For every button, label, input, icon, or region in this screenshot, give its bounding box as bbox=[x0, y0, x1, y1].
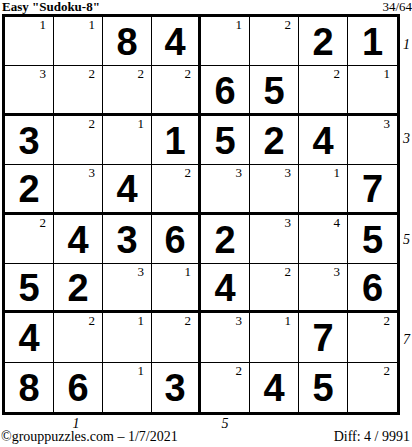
cell-value: 4 bbox=[67, 219, 88, 259]
cell-value: 5 bbox=[362, 219, 383, 259]
cell-r2c4[interactable]: 2 bbox=[152, 66, 201, 115]
pencil-mark: 3 bbox=[334, 265, 341, 279]
row-label-3: 3 bbox=[403, 131, 412, 147]
cell-value: 7 bbox=[362, 168, 383, 208]
cell-value: 2 bbox=[312, 21, 333, 61]
cell-r4c4[interactable]: 2 bbox=[152, 165, 201, 214]
pencil-mark: 2 bbox=[185, 314, 192, 328]
pencil-mark: 2 bbox=[285, 265, 292, 279]
cell-value: 6 bbox=[214, 70, 235, 110]
cell-r5c5[interactable]: 2 bbox=[201, 215, 250, 264]
cell-r4c5[interactable]: 3 bbox=[201, 165, 250, 214]
cell-r6c8[interactable]: 6 bbox=[348, 264, 397, 313]
pencil-mark: 2 bbox=[384, 314, 391, 328]
cell-r5c7[interactable]: 4 bbox=[299, 215, 348, 264]
cell-value: 4 bbox=[18, 317, 39, 357]
pencil-mark: 3 bbox=[285, 216, 292, 230]
pencil-mark: 3 bbox=[40, 67, 47, 81]
cell-r6c4[interactable]: 1 bbox=[152, 264, 201, 313]
cell-r7c4[interactable]: 2 bbox=[152, 313, 201, 362]
cell-r8c4[interactable]: 3 bbox=[152, 363, 201, 412]
cell-r6c6[interactable]: 2 bbox=[250, 264, 299, 313]
cell-r5c2[interactable]: 4 bbox=[54, 215, 103, 264]
cell-r8c3[interactable]: 1 bbox=[103, 363, 152, 412]
cell-r2c5[interactable]: 6 bbox=[201, 66, 250, 115]
pencil-mark: 1 bbox=[236, 18, 243, 32]
cell-r2c8[interactable]: 1 bbox=[348, 66, 397, 115]
cell-r1c2[interactable]: 1 bbox=[54, 17, 103, 66]
pencil-mark: 1 bbox=[138, 117, 145, 131]
pencil-mark: 1 bbox=[138, 364, 145, 378]
cell-value: 7 bbox=[312, 317, 333, 357]
cell-value: 4 bbox=[312, 120, 333, 160]
pencil-mark: 2 bbox=[138, 67, 145, 81]
cell-value: 3 bbox=[164, 367, 185, 407]
cell-r4c8[interactable]: 7 bbox=[348, 165, 397, 214]
cell-r4c1[interactable]: 2 bbox=[5, 165, 54, 214]
cell-r6c1[interactable]: 5 bbox=[5, 264, 54, 313]
cell-value: 8 bbox=[116, 21, 137, 61]
pencil-mark: 1 bbox=[285, 314, 292, 328]
sudoku-board: 1184122132226521321152432342331724362345… bbox=[2, 14, 400, 415]
cell-r6c3[interactable]: 3 bbox=[103, 264, 152, 313]
cell-r1c3[interactable]: 8 bbox=[103, 17, 152, 66]
row-label-1: 1 bbox=[403, 37, 412, 53]
copyright-text: ©grouppuzzles.com – 1/7/2021 bbox=[1, 429, 178, 445]
cell-r6c7[interactable]: 3 bbox=[299, 264, 348, 313]
cell-r3c5[interactable]: 5 bbox=[201, 116, 250, 165]
cell-r8c5[interactable]: 2 bbox=[201, 363, 250, 412]
cell-r4c3[interactable]: 4 bbox=[103, 165, 152, 214]
pencil-mark: 1 bbox=[185, 265, 192, 279]
row-label-7: 7 bbox=[403, 332, 412, 348]
cell-value: 6 bbox=[362, 267, 383, 307]
cell-r1c4[interactable]: 4 bbox=[152, 17, 201, 66]
cell-r6c5[interactable]: 4 bbox=[201, 264, 250, 313]
cell-r1c7[interactable]: 2 bbox=[299, 17, 348, 66]
pencil-mark: 2 bbox=[89, 67, 96, 81]
cell-value: 2 bbox=[263, 120, 284, 160]
pencil-mark: 2 bbox=[236, 364, 243, 378]
cell-r8c1[interactable]: 8 bbox=[5, 363, 54, 412]
pencil-mark: 2 bbox=[285, 18, 292, 32]
cell-value: 2 bbox=[18, 168, 39, 208]
cell-r1c6[interactable]: 2 bbox=[250, 17, 299, 66]
cell-r8c2[interactable]: 6 bbox=[54, 363, 103, 412]
pencil-mark: 2 bbox=[89, 117, 96, 131]
cell-value: 3 bbox=[18, 120, 39, 160]
cell-value: 8 bbox=[18, 367, 39, 407]
pencil-mark: 2 bbox=[384, 364, 391, 378]
pencil-mark: 1 bbox=[138, 314, 145, 328]
pencil-mark: 1 bbox=[384, 67, 391, 81]
puzzle-counter: 34/64 bbox=[382, 0, 412, 15]
cell-r7c8[interactable]: 2 bbox=[348, 313, 397, 362]
cell-r2c2[interactable]: 2 bbox=[54, 66, 103, 115]
cell-r7c2[interactable]: 2 bbox=[54, 313, 103, 362]
pencil-mark: 1 bbox=[334, 166, 341, 180]
cell-r3c4[interactable]: 1 bbox=[152, 116, 201, 165]
col-label-5: 5 bbox=[219, 416, 231, 432]
pencil-mark: 3 bbox=[236, 166, 243, 180]
cell-r5c3[interactable]: 3 bbox=[103, 215, 152, 264]
cell-r3c1[interactable]: 3 bbox=[5, 116, 54, 165]
cell-r5c1[interactable]: 2 bbox=[5, 215, 54, 264]
pencil-mark: 3 bbox=[236, 314, 243, 328]
cell-r3c7[interactable]: 4 bbox=[299, 116, 348, 165]
cell-value: 5 bbox=[214, 120, 235, 160]
cell-r7c7[interactable]: 7 bbox=[299, 313, 348, 362]
cell-r1c5[interactable]: 1 bbox=[201, 17, 250, 66]
cell-r1c8[interactable]: 1 bbox=[348, 17, 397, 66]
pencil-mark: 3 bbox=[89, 166, 96, 180]
pencil-mark: 3 bbox=[285, 166, 292, 180]
cell-r4c6[interactable]: 3 bbox=[250, 165, 299, 214]
pencil-mark: 2 bbox=[40, 216, 47, 230]
pencil-mark: 2 bbox=[185, 67, 192, 81]
cell-r3c2[interactable]: 2 bbox=[54, 116, 103, 165]
cell-r3c6[interactable]: 2 bbox=[250, 116, 299, 165]
cell-value: 4 bbox=[214, 267, 235, 307]
cell-value: 6 bbox=[67, 367, 88, 407]
pencil-mark: 2 bbox=[334, 67, 341, 81]
cell-r2c7[interactable]: 2 bbox=[299, 66, 348, 115]
cell-value: 5 bbox=[263, 70, 284, 110]
cell-value: 1 bbox=[362, 21, 383, 61]
cell-r5c4[interactable]: 6 bbox=[152, 215, 201, 264]
cell-value: 3 bbox=[116, 219, 137, 259]
cell-value: 5 bbox=[312, 367, 333, 407]
cell-r5c6[interactable]: 3 bbox=[250, 215, 299, 264]
cell-r5c8[interactable]: 5 bbox=[348, 215, 397, 264]
cell-r1c1[interactable]: 1 bbox=[5, 17, 54, 66]
cell-r8c6[interactable]: 4 bbox=[250, 363, 299, 412]
cell-r7c3[interactable]: 1 bbox=[103, 313, 152, 362]
pencil-mark: 4 bbox=[334, 216, 341, 230]
cell-r4c7[interactable]: 1 bbox=[299, 165, 348, 214]
difficulty-text: Diff: 4 / 9991 bbox=[334, 429, 410, 445]
cell-value: 1 bbox=[164, 120, 185, 160]
cell-r7c6[interactable]: 1 bbox=[250, 313, 299, 362]
cell-r4c2[interactable]: 3 bbox=[54, 165, 103, 214]
cell-r8c7[interactable]: 5 bbox=[299, 363, 348, 412]
pencil-mark: 2 bbox=[89, 314, 96, 328]
pencil-mark: 1 bbox=[89, 18, 96, 32]
cell-value: 4 bbox=[164, 21, 185, 61]
cell-value: 4 bbox=[263, 367, 284, 407]
pencil-mark: 2 bbox=[185, 166, 192, 180]
cell-r3c3[interactable]: 1 bbox=[103, 116, 152, 165]
cell-r2c3[interactable]: 2 bbox=[103, 66, 152, 115]
cell-r7c5[interactable]: 3 bbox=[201, 313, 250, 362]
cell-r2c1[interactable]: 3 bbox=[5, 66, 54, 115]
cell-r2c6[interactable]: 5 bbox=[250, 66, 299, 115]
row-label-5: 5 bbox=[403, 232, 412, 248]
cell-value: 5 bbox=[18, 267, 39, 307]
pencil-mark: 3 bbox=[138, 265, 145, 279]
cell-r8c8[interactable]: 2 bbox=[348, 363, 397, 412]
cell-value: 2 bbox=[67, 267, 88, 307]
cell-r7c1[interactable]: 4 bbox=[5, 313, 54, 362]
pencil-mark: 1 bbox=[40, 18, 47, 32]
cell-value: 4 bbox=[116, 168, 137, 208]
cell-value: 2 bbox=[214, 219, 235, 259]
cell-r3c8[interactable]: 3 bbox=[348, 116, 397, 165]
cell-r6c2[interactable]: 2 bbox=[54, 264, 103, 313]
page-title: Easy "Sudoku-8" bbox=[2, 0, 100, 15]
pencil-mark: 3 bbox=[384, 117, 391, 131]
cell-value: 6 bbox=[164, 219, 185, 259]
